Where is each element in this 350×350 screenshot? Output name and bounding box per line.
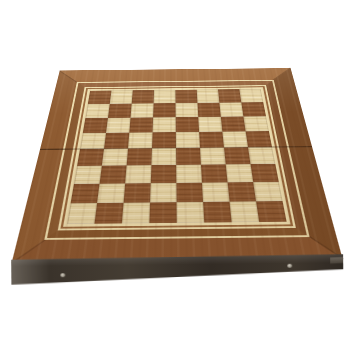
square-r3c1[interactable] bbox=[83, 118, 108, 133]
square-r4c2[interactable] bbox=[104, 133, 129, 149]
square-r6c2[interactable] bbox=[100, 165, 127, 183]
square-r7c1[interactable] bbox=[71, 184, 100, 204]
frame-miter-joint bbox=[273, 68, 291, 80]
product-photo-background bbox=[0, 0, 350, 350]
square-r7c6[interactable] bbox=[202, 182, 230, 202]
square-r5c8[interactable] bbox=[248, 147, 275, 164]
square-r5c1[interactable] bbox=[77, 149, 104, 166]
hinge-plate bbox=[330, 257, 343, 264]
square-r5c7[interactable] bbox=[224, 147, 251, 164]
board-grid bbox=[67, 89, 287, 224]
square-r6c8[interactable] bbox=[251, 164, 279, 182]
hinge-pin bbox=[60, 273, 65, 277]
square-r5c6[interactable] bbox=[200, 147, 226, 164]
square-r4c8[interactable] bbox=[246, 131, 272, 147]
square-r6c7[interactable] bbox=[226, 164, 253, 182]
frame-miter-joint bbox=[59, 70, 77, 82]
square-r5c2[interactable] bbox=[102, 149, 128, 166]
square-r6c3[interactable] bbox=[125, 165, 151, 183]
square-r3c8[interactable] bbox=[243, 116, 268, 131]
square-r5c3[interactable] bbox=[127, 148, 152, 165]
square-r2c5[interactable] bbox=[176, 103, 199, 117]
square-r7c4[interactable] bbox=[150, 183, 176, 203]
square-r8c1[interactable] bbox=[67, 203, 97, 224]
square-r6c4[interactable] bbox=[151, 165, 177, 183]
board-frame bbox=[12, 68, 343, 263]
square-r2c7[interactable] bbox=[219, 102, 243, 116]
square-r8c2[interactable] bbox=[94, 203, 123, 224]
square-r7c8[interactable] bbox=[253, 182, 282, 202]
board-tilt-wrapper bbox=[0, 0, 350, 350]
square-r7c5[interactable] bbox=[176, 183, 203, 203]
square-r8c4[interactable] bbox=[149, 202, 176, 223]
chess-board bbox=[12, 68, 343, 263]
square-r2c6[interactable] bbox=[197, 103, 220, 117]
square-r3c2[interactable] bbox=[106, 118, 130, 133]
inner-inlay-margin bbox=[63, 87, 291, 226]
square-r1c5[interactable] bbox=[175, 90, 197, 104]
square-r1c1[interactable] bbox=[88, 91, 112, 105]
square-r3c5[interactable] bbox=[176, 117, 199, 132]
square-r2c4[interactable] bbox=[153, 103, 176, 117]
square-r7c2[interactable] bbox=[97, 183, 125, 203]
square-r6c1[interactable] bbox=[74, 166, 102, 184]
square-r2c1[interactable] bbox=[85, 104, 109, 118]
square-r4c1[interactable] bbox=[80, 133, 106, 149]
border-band bbox=[47, 81, 307, 238]
square-r3c4[interactable] bbox=[153, 117, 176, 132]
square-r5c5[interactable] bbox=[176, 148, 201, 165]
square-r6c6[interactable] bbox=[201, 164, 228, 182]
square-r3c6[interactable] bbox=[198, 117, 222, 132]
square-r4c7[interactable] bbox=[222, 131, 248, 147]
middle-inlay-line bbox=[58, 85, 296, 230]
square-r1c3[interactable] bbox=[132, 90, 154, 104]
square-r8c3[interactable] bbox=[122, 202, 150, 223]
square-r4c3[interactable] bbox=[128, 132, 153, 148]
square-r7c3[interactable] bbox=[124, 183, 151, 203]
square-r1c8[interactable] bbox=[239, 89, 263, 102]
square-r2c3[interactable] bbox=[131, 103, 154, 117]
square-r6c5[interactable] bbox=[176, 165, 202, 183]
outer-inlay-line bbox=[44, 80, 309, 240]
square-r3c3[interactable] bbox=[129, 117, 153, 132]
square-r1c7[interactable] bbox=[218, 89, 241, 102]
square-r7c7[interactable] bbox=[228, 182, 256, 202]
square-r1c6[interactable] bbox=[197, 89, 220, 103]
square-r2c8[interactable] bbox=[241, 102, 266, 116]
square-r4c4[interactable] bbox=[152, 132, 176, 148]
square-r1c4[interactable] bbox=[154, 90, 176, 104]
square-r8c8[interactable] bbox=[256, 201, 287, 222]
square-r2c2[interactable] bbox=[108, 104, 132, 118]
square-r8c6[interactable] bbox=[203, 202, 232, 223]
hinge-pin bbox=[287, 264, 292, 268]
square-r8c7[interactable] bbox=[230, 201, 260, 222]
square-r4c6[interactable] bbox=[199, 132, 224, 148]
pinstripe-line bbox=[60, 86, 293, 228]
square-r1c2[interactable] bbox=[110, 90, 133, 104]
square-r5c4[interactable] bbox=[151, 148, 176, 165]
square-r4c5[interactable] bbox=[176, 132, 200, 148]
square-r3c7[interactable] bbox=[221, 116, 246, 131]
square-r8c5[interactable] bbox=[177, 202, 205, 223]
